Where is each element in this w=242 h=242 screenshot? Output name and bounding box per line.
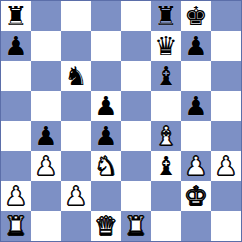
square-g1[interactable] (181, 211, 211, 241)
square-g3[interactable]: ♟ (181, 151, 211, 181)
square-a1[interactable]: ♜ (1, 211, 31, 241)
piece-white-queen: ♛ (94, 213, 117, 239)
piece-white-pawn: ♟ (4, 183, 27, 209)
square-h1[interactable] (211, 211, 241, 241)
square-c6[interactable]: ♞ (61, 61, 91, 91)
square-b1[interactable] (31, 211, 61, 241)
square-e3[interactable] (121, 151, 151, 181)
piece-white-pawn: ♟ (64, 183, 87, 209)
square-f8[interactable]: ♜ (151, 1, 181, 31)
piece-white-pawn: ♟ (34, 153, 57, 179)
square-d8[interactable] (91, 1, 121, 31)
square-a6[interactable] (1, 61, 31, 91)
square-f3[interactable]: ♝ (151, 151, 181, 181)
square-d4[interactable]: ♟ (91, 121, 121, 151)
square-a2[interactable]: ♟ (1, 181, 31, 211)
piece-white-rook: ♜ (4, 213, 27, 239)
piece-white-bishop: ♝ (154, 123, 177, 149)
piece-black-pawn: ♟ (184, 93, 207, 119)
square-e5[interactable] (121, 91, 151, 121)
square-c1[interactable] (61, 211, 91, 241)
square-b3[interactable]: ♟ (31, 151, 61, 181)
square-b2[interactable] (31, 181, 61, 211)
piece-white-king: ♚ (184, 183, 207, 209)
square-f7[interactable]: ♛ (151, 31, 181, 61)
square-a4[interactable] (1, 121, 31, 151)
square-d5[interactable]: ♟ (91, 91, 121, 121)
square-g8[interactable]: ♚ (181, 1, 211, 31)
square-g7[interactable]: ♟ (181, 31, 211, 61)
square-a5[interactable] (1, 91, 31, 121)
piece-black-bishop: ♝ (154, 63, 177, 89)
square-g4[interactable] (181, 121, 211, 151)
piece-black-pawn: ♟ (94, 123, 117, 149)
piece-black-pawn: ♟ (94, 93, 117, 119)
square-b8[interactable] (31, 1, 61, 31)
chess-board: ♜♜♚♟♛♟♞♝♟♟♟♟♝♟♞♝♟♟♟♟♚♜♛♜ (0, 0, 242, 242)
square-d6[interactable] (91, 61, 121, 91)
piece-black-knight: ♞ (64, 63, 87, 89)
square-h8[interactable] (211, 1, 241, 31)
square-e4[interactable] (121, 121, 151, 151)
square-a3[interactable] (1, 151, 31, 181)
square-c5[interactable] (61, 91, 91, 121)
square-f4[interactable]: ♝ (151, 121, 181, 151)
square-e1[interactable]: ♜ (121, 211, 151, 241)
square-e6[interactable] (121, 61, 151, 91)
square-h3[interactable]: ♟ (211, 151, 241, 181)
square-a8[interactable]: ♜ (1, 1, 31, 31)
piece-black-pawn: ♟ (184, 33, 207, 59)
square-c7[interactable] (61, 31, 91, 61)
square-h5[interactable] (211, 91, 241, 121)
piece-white-pawn: ♟ (214, 153, 237, 179)
piece-black-rook: ♜ (4, 3, 27, 29)
piece-black-bishop: ♝ (154, 153, 177, 179)
square-h6[interactable] (211, 61, 241, 91)
piece-black-queen: ♛ (154, 33, 177, 59)
square-c2[interactable]: ♟ (61, 181, 91, 211)
square-b6[interactable] (31, 61, 61, 91)
square-h4[interactable] (211, 121, 241, 151)
square-b5[interactable] (31, 91, 61, 121)
square-h2[interactable] (211, 181, 241, 211)
piece-black-pawn: ♟ (4, 33, 27, 59)
square-b4[interactable]: ♟ (31, 121, 61, 151)
square-c8[interactable] (61, 1, 91, 31)
square-f5[interactable] (151, 91, 181, 121)
square-a7[interactable]: ♟ (1, 31, 31, 61)
square-e8[interactable] (121, 1, 151, 31)
square-d1[interactable]: ♛ (91, 211, 121, 241)
square-g5[interactable]: ♟ (181, 91, 211, 121)
square-f2[interactable] (151, 181, 181, 211)
piece-black-king: ♚ (184, 3, 207, 29)
square-g2[interactable]: ♚ (181, 181, 211, 211)
piece-white-rook: ♜ (124, 213, 147, 239)
square-f6[interactable]: ♝ (151, 61, 181, 91)
square-c3[interactable] (61, 151, 91, 181)
square-h7[interactable] (211, 31, 241, 61)
piece-white-pawn: ♟ (184, 153, 207, 179)
square-f1[interactable] (151, 211, 181, 241)
square-c4[interactable] (61, 121, 91, 151)
square-g6[interactable] (181, 61, 211, 91)
piece-black-rook: ♜ (154, 3, 177, 29)
square-d2[interactable] (91, 181, 121, 211)
square-e7[interactable] (121, 31, 151, 61)
piece-black-pawn: ♟ (34, 123, 57, 149)
square-d7[interactable] (91, 31, 121, 61)
square-d3[interactable]: ♞ (91, 151, 121, 181)
piece-white-knight: ♞ (94, 153, 117, 179)
square-e2[interactable] (121, 181, 151, 211)
square-b7[interactable] (31, 31, 61, 61)
